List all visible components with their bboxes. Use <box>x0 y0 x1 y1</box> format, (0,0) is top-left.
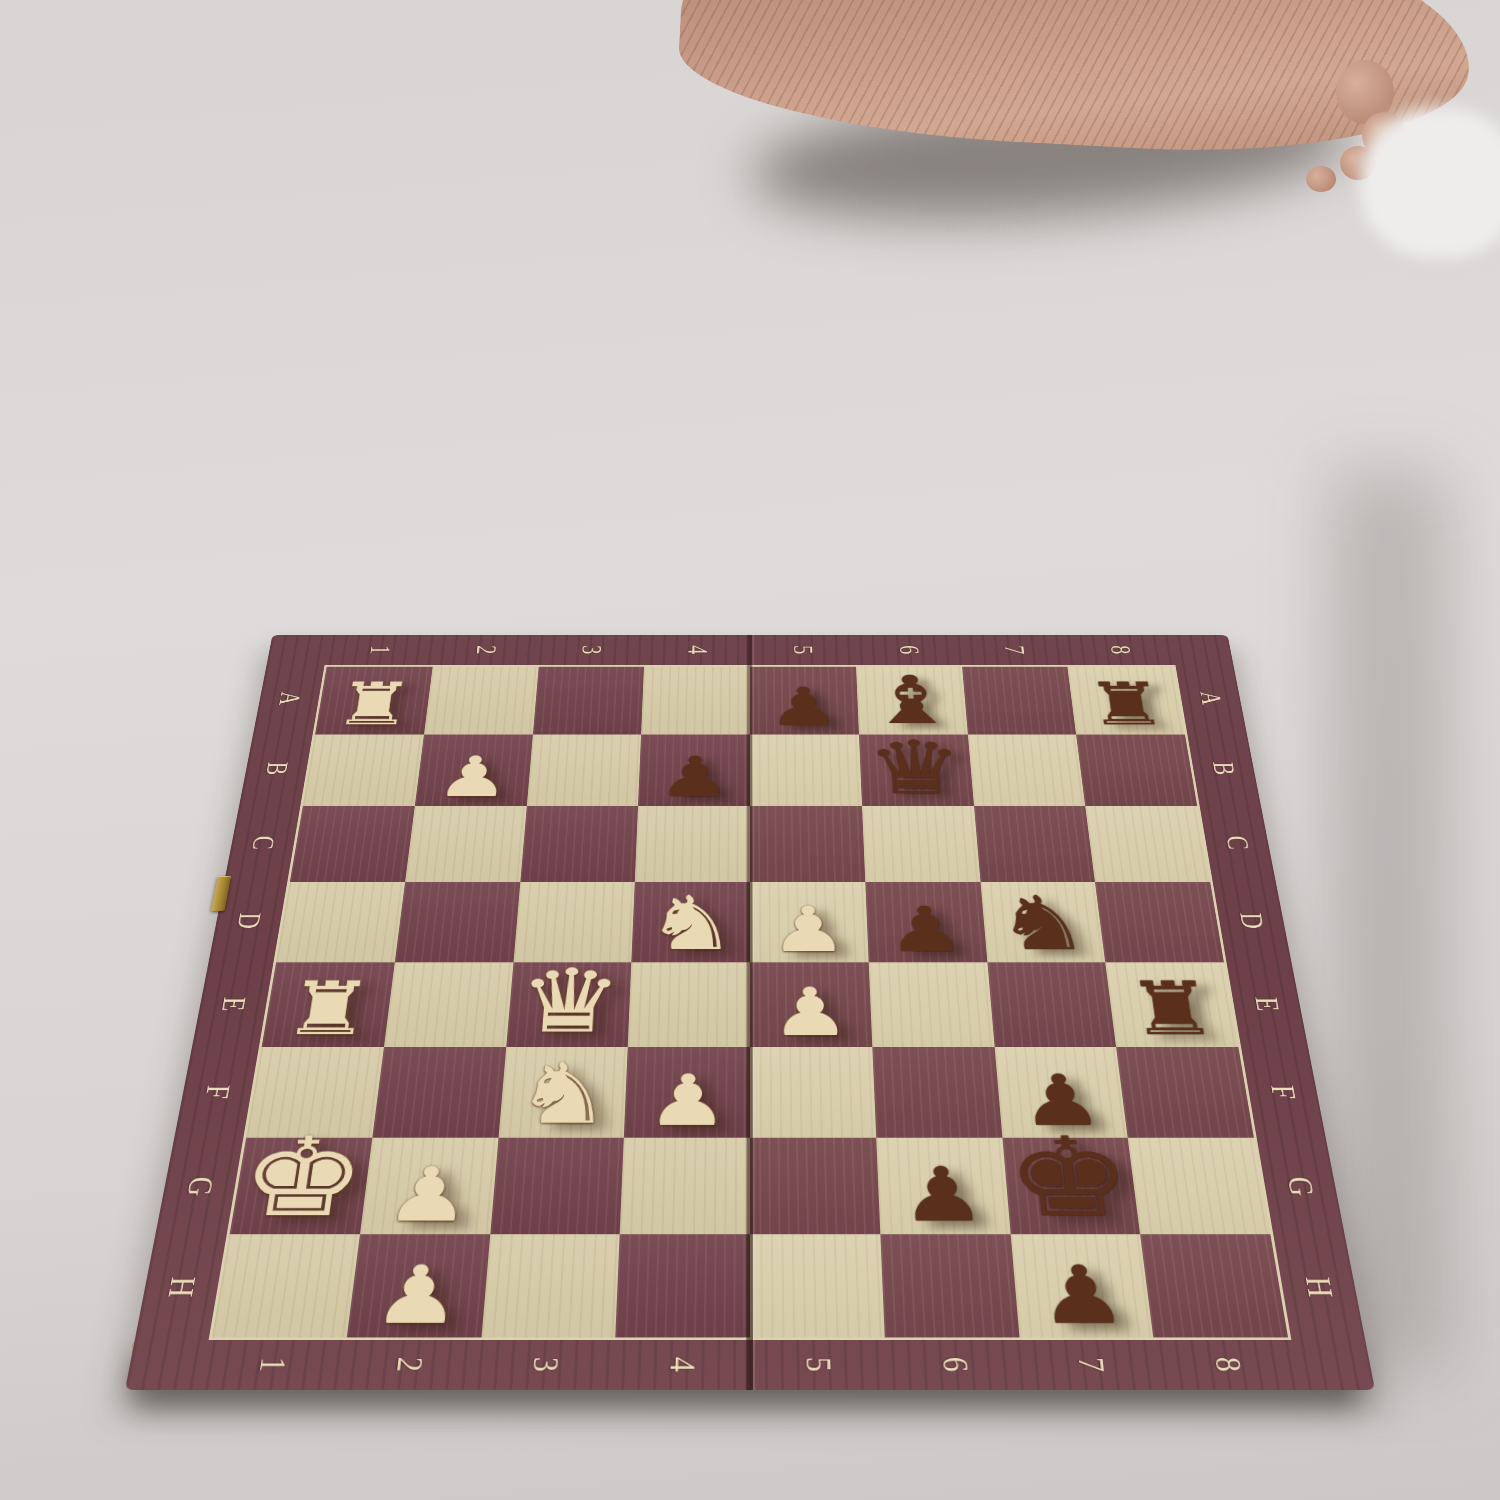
rank-bottom-6: 6 <box>885 1340 1025 1390</box>
square-a5[interactable]: ♟ <box>750 667 859 735</box>
piece-black-pawn-b4[interactable]: ♟ <box>657 749 731 804</box>
square-e7[interactable] <box>987 962 1116 1047</box>
square-b8[interactable] <box>1076 734 1197 806</box>
coordinate-label: 7 <box>998 645 1031 655</box>
coordinate-label: B <box>258 762 294 776</box>
square-c3[interactable] <box>520 806 638 882</box>
rank-top-2: 2 <box>431 635 540 665</box>
piece-black-bishop-a6[interactable]: ♝ <box>865 668 958 734</box>
rank-top-3: 3 <box>537 635 645 665</box>
square-a4[interactable] <box>641 667 750 735</box>
square-g1[interactable]: ♚ <box>230 1138 372 1235</box>
square-b4[interactable]: ♟ <box>638 734 750 806</box>
square-c2[interactable] <box>405 806 527 882</box>
rank-bottom-2: 2 <box>338 1340 480 1390</box>
rank-bottom-7: 7 <box>1021 1340 1163 1390</box>
rank-bottom-4: 4 <box>613 1340 751 1390</box>
piece-white-rook-e1[interactable]: ♜ <box>278 972 377 1046</box>
coordinate-label: E <box>213 997 253 1012</box>
rank-top-6: 6 <box>855 635 963 665</box>
square-h1[interactable] <box>212 1234 360 1337</box>
coordinate-label: 5 <box>797 1357 839 1373</box>
rank-bottom-3: 3 <box>475 1340 615 1390</box>
coordinate-label: 6 <box>892 645 925 655</box>
coordinate-label: F <box>197 1085 238 1100</box>
coordinate-label: 4 <box>661 1357 703 1373</box>
square-d7[interactable]: ♞ <box>980 882 1105 962</box>
square-d1[interactable] <box>276 882 405 962</box>
square-g5[interactable] <box>750 1138 880 1235</box>
square-d2[interactable] <box>395 882 520 962</box>
bare-foot-zone <box>740 0 1500 260</box>
square-b7[interactable] <box>967 734 1085 806</box>
square-g8[interactable] <box>1128 1138 1270 1235</box>
file-right-c: C <box>1200 805 1276 881</box>
piece-white-pawn-g2[interactable]: ♟ <box>382 1158 474 1233</box>
scene-root: { "game": "chess", "scene": { "descripti… <box>0 0 1500 1500</box>
square-a3[interactable] <box>533 667 645 735</box>
square-b6[interactable]: ♛ <box>859 734 974 806</box>
coordinate-label: 1 <box>363 645 397 655</box>
coordinate-label: 3 <box>575 645 608 655</box>
square-g3[interactable] <box>490 1138 624 1235</box>
square-d5[interactable]: ♟ <box>750 882 868 962</box>
square-g6[interactable]: ♟ <box>876 1138 1010 1235</box>
coordinate-label: 6 <box>933 1357 976 1373</box>
square-d6[interactable]: ♟ <box>865 882 987 962</box>
square-c8[interactable] <box>1085 806 1210 882</box>
rank-top-8: 8 <box>1065 635 1175 665</box>
piece-white-pawn-h2[interactable]: ♟ <box>370 1256 466 1336</box>
square-c4[interactable] <box>635 806 750 882</box>
coordinate-label: B <box>1205 762 1241 776</box>
square-e3[interactable]: ♛ <box>506 962 632 1047</box>
board-perspective-wrap: 12345678 12345678 ABCDEFGH ABCDEFGH ♜♟♝♜… <box>125 635 1375 1390</box>
foot-toe <box>1306 166 1336 192</box>
square-h4[interactable] <box>615 1234 750 1337</box>
square-f2[interactable] <box>372 1047 506 1138</box>
board-fold-seam <box>747 635 753 1390</box>
coordinate-label: 1 <box>250 1357 294 1373</box>
square-b2[interactable]: ♟ <box>415 734 533 806</box>
piece-white-pawn-b2[interactable]: ♟ <box>434 749 512 804</box>
square-h3[interactable] <box>481 1234 620 1337</box>
file-right-b: B <box>1187 733 1261 805</box>
coordinate-label: 2 <box>469 645 502 655</box>
square-h5[interactable] <box>750 1234 885 1337</box>
square-e8[interactable]: ♜ <box>1105 962 1238 1047</box>
file-right-a: A <box>1175 665 1246 733</box>
coordinate-label: 8 <box>1103 645 1137 655</box>
coordinate-label: H <box>159 1276 204 1297</box>
square-d8[interactable] <box>1095 882 1224 962</box>
piece-black-queen-b6[interactable]: ♛ <box>865 731 967 805</box>
rank-bottom-1: 1 <box>200 1340 344 1390</box>
coordinate-label: H <box>1296 1276 1341 1297</box>
square-g7[interactable]: ♚ <box>1002 1138 1140 1235</box>
square-b3[interactable] <box>526 734 641 806</box>
piece-black-king-g7[interactable]: ♚ <box>1003 1123 1139 1232</box>
background-wall-patch <box>1360 108 1500 258</box>
square-d3[interactable] <box>513 882 635 962</box>
square-b5[interactable] <box>750 734 862 806</box>
piece-white-pawn-e5[interactable]: ♟ <box>771 980 852 1046</box>
piece-black-pawn-h7[interactable]: ♟ <box>1035 1256 1131 1336</box>
square-c6[interactable] <box>862 806 980 882</box>
square-e4[interactable] <box>628 962 750 1047</box>
piece-white-king-g1[interactable]: ♚ <box>232 1123 372 1232</box>
square-e2[interactable] <box>384 962 513 1047</box>
piece-white-knight-f3[interactable]: ♞ <box>512 1053 615 1137</box>
square-a7[interactable] <box>962 667 1077 735</box>
coordinate-label: G <box>1279 1177 1322 1197</box>
square-h8[interactable] <box>1140 1234 1288 1337</box>
square-h2[interactable]: ♟ <box>346 1234 489 1337</box>
coordinate-label: 7 <box>1069 1357 1112 1373</box>
coordinate-label: G <box>178 1177 221 1197</box>
piece-black-pawn-g6[interactable]: ♟ <box>899 1158 988 1233</box>
rank-top-1: 1 <box>325 635 435 665</box>
square-g2[interactable]: ♟ <box>360 1138 498 1235</box>
square-f8[interactable] <box>1116 1047 1254 1138</box>
coordinate-label: A <box>1193 692 1229 706</box>
square-a6[interactable]: ♝ <box>856 667 968 735</box>
rank-top-4: 4 <box>644 635 750 665</box>
piece-white-rook-a1[interactable]: ♜ <box>330 675 418 734</box>
piece-white-pawn-f4[interactable]: ♟ <box>646 1066 729 1136</box>
coordinate-label: E <box>1247 997 1287 1012</box>
square-f4[interactable]: ♟ <box>624 1047 750 1138</box>
square-g4[interactable] <box>620 1138 750 1235</box>
coordinate-label: 4 <box>681 645 713 655</box>
square-e5[interactable]: ♟ <box>750 962 872 1047</box>
board-cast-shadow <box>1330 468 1450 1372</box>
rank-top-5: 5 <box>750 635 856 665</box>
square-d4[interactable]: ♞ <box>632 882 750 962</box>
piece-black-rook-a8[interactable]: ♜ <box>1083 675 1171 734</box>
coordinate-label: C <box>244 835 281 850</box>
piece-black-knight-d7[interactable]: ♞ <box>993 887 1093 961</box>
coordinate-label: F <box>1263 1085 1304 1100</box>
piece-white-pawn-d5[interactable]: ♟ <box>770 899 848 961</box>
square-a8[interactable]: ♜ <box>1068 667 1185 735</box>
chess-board: 12345678 12345678 ABCDEFGH ABCDEFGH ♜♟♝♜… <box>125 635 1375 1390</box>
coordinate-label: C <box>1218 835 1255 850</box>
square-h7[interactable]: ♟ <box>1010 1234 1153 1337</box>
piece-black-pawn-d6[interactable]: ♟ <box>886 899 967 961</box>
piece-black-pawn-a5[interactable]: ♟ <box>768 681 840 733</box>
square-c5[interactable] <box>750 806 865 882</box>
coordinate-label: D <box>1232 913 1271 930</box>
square-a2[interactable] <box>424 667 539 735</box>
coordinate-label: 8 <box>1205 1357 1249 1373</box>
square-e6[interactable] <box>868 962 994 1047</box>
square-c7[interactable] <box>974 806 1096 882</box>
coordinate-label: 2 <box>387 1357 430 1373</box>
square-e1[interactable]: ♜ <box>262 962 395 1047</box>
piece-white-knight-d4[interactable]: ♞ <box>644 887 737 961</box>
piece-black-rook-e8[interactable]: ♜ <box>1122 972 1221 1046</box>
coordinate-label: 3 <box>524 1357 567 1373</box>
square-b1[interactable] <box>303 734 424 806</box>
square-f3[interactable]: ♞ <box>498 1047 628 1138</box>
rank-bottom-8: 8 <box>1156 1340 1300 1390</box>
square-c1[interactable] <box>290 806 415 882</box>
coordinate-label: D <box>229 913 268 930</box>
rank-bottom-5: 5 <box>750 1340 888 1390</box>
coordinate-label: A <box>272 692 308 706</box>
square-f5[interactable] <box>750 1047 876 1138</box>
square-f6[interactable] <box>872 1047 1002 1138</box>
square-a1[interactable]: ♜ <box>315 667 432 735</box>
rank-top-7: 7 <box>960 635 1069 665</box>
coordinate-label: 5 <box>787 645 819 655</box>
piece-white-queen-e3[interactable]: ♛ <box>513 958 624 1046</box>
square-h6[interactable] <box>880 1234 1019 1337</box>
